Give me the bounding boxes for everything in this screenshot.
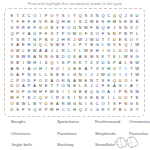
word-list-item[interactable]: Featherwand — [95, 120, 129, 125]
word-search-board: ETXCOIPOYSIYQSXNQCQQJSUTFEFEVRBQHHISZWES… — [4, 8, 145, 117]
word-list-item[interactable]: Stocking — [57, 143, 95, 148]
word-list-item[interactable]: Spekulatius — [57, 120, 95, 125]
mittens-illustration — [113, 135, 141, 149]
word-list-item[interactable]: Jingle bells — [11, 143, 57, 148]
word-list-item[interactable]: Boughs — [11, 120, 57, 125]
word-list-item[interactable]: Ornaments — [129, 120, 149, 125]
grid-cell[interactable]: Y — [134, 106, 140, 112]
puzzle-instructions: Find and highlight the vocabulary words … — [0, 1, 150, 7]
word-list-item[interactable]: Panettone — [57, 132, 95, 137]
word-search-grid: ETXCOIPOYSIYQSXNQCQQJSUTFEFEVRBQHHISZWES… — [9, 13, 140, 112]
word-list-item[interactable]: Chestnuts — [11, 132, 57, 137]
